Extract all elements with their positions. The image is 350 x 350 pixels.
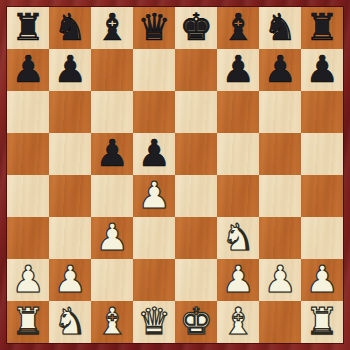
square-f8[interactable]: ♝	[217, 7, 259, 49]
square-e3[interactable]	[175, 217, 217, 259]
square-f1[interactable]: ♝	[217, 301, 259, 343]
white-bishop-piece[interactable]: ♝	[95, 303, 128, 340]
square-g7[interactable]: ♟	[259, 49, 301, 91]
square-e1[interactable]: ♚	[175, 301, 217, 343]
square-g8[interactable]: ♞	[259, 7, 301, 49]
square-f7[interactable]: ♟	[217, 49, 259, 91]
square-b7[interactable]: ♟	[49, 49, 91, 91]
square-f4[interactable]	[217, 175, 259, 217]
white-rook-piece[interactable]: ♜	[11, 303, 44, 340]
square-f2[interactable]: ♟	[217, 259, 259, 301]
square-b1[interactable]: ♞	[49, 301, 91, 343]
square-b8[interactable]: ♞	[49, 7, 91, 49]
black-king-piece[interactable]: ♚	[179, 9, 212, 46]
square-g1[interactable]	[259, 301, 301, 343]
square-e5[interactable]	[175, 133, 217, 175]
black-queen-piece[interactable]: ♛	[137, 9, 170, 46]
white-pawn-piece[interactable]: ♟	[137, 177, 170, 214]
square-g5[interactable]	[259, 133, 301, 175]
square-b3[interactable]	[49, 217, 91, 259]
square-c5[interactable]: ♟	[91, 133, 133, 175]
square-h1[interactable]: ♜	[301, 301, 343, 343]
square-h3[interactable]	[301, 217, 343, 259]
chess-board: ♜♞♝♛♚♝♞♜♟♟♟♟♟♟♟♟♟♞♟♟♟♟♟♜♞♝♛♚♝♜	[7, 7, 343, 343]
square-h7[interactable]: ♟	[301, 49, 343, 91]
square-c2[interactable]	[91, 259, 133, 301]
square-h5[interactable]	[301, 133, 343, 175]
square-d1[interactable]: ♛	[133, 301, 175, 343]
black-bishop-piece[interactable]: ♝	[95, 9, 128, 46]
square-d7[interactable]	[133, 49, 175, 91]
square-b2[interactable]: ♟	[49, 259, 91, 301]
square-d2[interactable]	[133, 259, 175, 301]
black-pawn-piece[interactable]: ♟	[137, 135, 170, 172]
black-pawn-piece[interactable]: ♟	[305, 51, 338, 88]
square-f5[interactable]	[217, 133, 259, 175]
square-e2[interactable]	[175, 259, 217, 301]
square-f3[interactable]: ♞	[217, 217, 259, 259]
white-pawn-piece[interactable]: ♟	[263, 261, 296, 298]
square-b5[interactable]	[49, 133, 91, 175]
square-e6[interactable]	[175, 91, 217, 133]
black-knight-piece[interactable]: ♞	[53, 9, 86, 46]
square-d8[interactable]: ♛	[133, 7, 175, 49]
square-c3[interactable]: ♟	[91, 217, 133, 259]
square-a8[interactable]: ♜	[7, 7, 49, 49]
square-d6[interactable]	[133, 91, 175, 133]
square-e8[interactable]: ♚	[175, 7, 217, 49]
square-d5[interactable]: ♟	[133, 133, 175, 175]
square-b6[interactable]	[49, 91, 91, 133]
square-h4[interactable]	[301, 175, 343, 217]
square-g2[interactable]: ♟	[259, 259, 301, 301]
square-g6[interactable]	[259, 91, 301, 133]
square-a2[interactable]: ♟	[7, 259, 49, 301]
black-pawn-piece[interactable]: ♟	[11, 51, 44, 88]
white-pawn-piece[interactable]: ♟	[95, 219, 128, 256]
square-f6[interactable]	[217, 91, 259, 133]
square-c6[interactable]	[91, 91, 133, 133]
square-a5[interactable]	[7, 133, 49, 175]
square-c1[interactable]: ♝	[91, 301, 133, 343]
white-knight-piece[interactable]: ♞	[53, 303, 86, 340]
black-rook-piece[interactable]: ♜	[11, 9, 44, 46]
square-h8[interactable]: ♜	[301, 7, 343, 49]
square-e7[interactable]	[175, 49, 217, 91]
white-king-piece[interactable]: ♚	[179, 303, 212, 340]
square-a6[interactable]	[7, 91, 49, 133]
square-d3[interactable]	[133, 217, 175, 259]
black-pawn-piece[interactable]: ♟	[95, 135, 128, 172]
white-pawn-piece[interactable]: ♟	[221, 261, 254, 298]
black-pawn-piece[interactable]: ♟	[221, 51, 254, 88]
black-pawn-piece[interactable]: ♟	[263, 51, 296, 88]
square-a7[interactable]: ♟	[7, 49, 49, 91]
square-g3[interactable]	[259, 217, 301, 259]
black-pawn-piece[interactable]: ♟	[53, 51, 86, 88]
white-queen-piece[interactable]: ♛	[137, 303, 170, 340]
chess-board-window: ♜♞♝♛♚♝♞♜♟♟♟♟♟♟♟♟♟♞♟♟♟♟♟♜♞♝♛♚♝♜	[0, 0, 350, 350]
square-g4[interactable]	[259, 175, 301, 217]
black-rook-piece[interactable]: ♜	[305, 9, 338, 46]
square-c8[interactable]: ♝	[91, 7, 133, 49]
square-h6[interactable]	[301, 91, 343, 133]
white-rook-piece[interactable]: ♜	[305, 303, 338, 340]
square-a1[interactable]: ♜	[7, 301, 49, 343]
square-a4[interactable]	[7, 175, 49, 217]
white-pawn-piece[interactable]: ♟	[11, 261, 44, 298]
square-c4[interactable]	[91, 175, 133, 217]
white-knight-piece[interactable]: ♞	[221, 219, 254, 256]
black-bishop-piece[interactable]: ♝	[221, 9, 254, 46]
square-h2[interactable]: ♟	[301, 259, 343, 301]
white-bishop-piece[interactable]: ♝	[221, 303, 254, 340]
square-d4[interactable]: ♟	[133, 175, 175, 217]
black-knight-piece[interactable]: ♞	[263, 9, 296, 46]
square-c7[interactable]	[91, 49, 133, 91]
square-e4[interactable]	[175, 175, 217, 217]
square-b4[interactable]	[49, 175, 91, 217]
white-pawn-piece[interactable]: ♟	[305, 261, 338, 298]
square-a3[interactable]	[7, 217, 49, 259]
white-pawn-piece[interactable]: ♟	[53, 261, 86, 298]
